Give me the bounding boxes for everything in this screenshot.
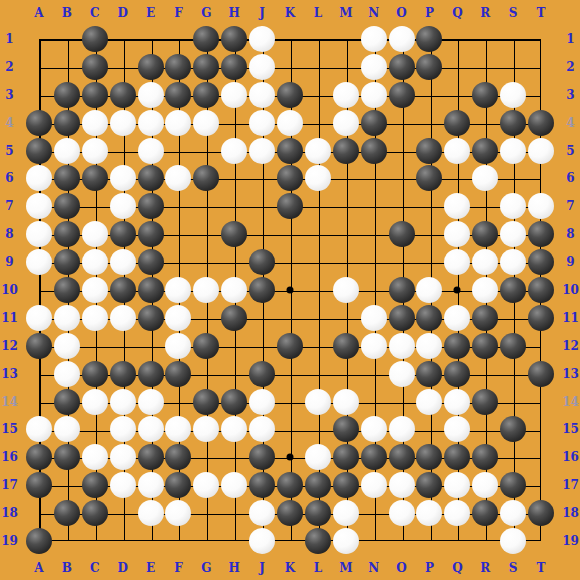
go-stone-black-A16[interactable]	[26, 444, 52, 470]
go-stone-black-O2[interactable]	[389, 54, 415, 80]
go-stone-black-E10[interactable]	[138, 277, 164, 303]
coordinate-label-G-top: G	[201, 7, 211, 19]
coordinate-label-A-bottom: A	[34, 562, 43, 574]
go-stone-white-C9[interactable]	[82, 249, 108, 275]
coordinate-label-E-bottom: E	[146, 562, 155, 574]
go-stone-white-N17[interactable]	[361, 472, 387, 498]
go-stone-white-E15[interactable]	[138, 416, 164, 442]
coordinate-label-L-top: L	[314, 7, 322, 19]
go-stone-black-B7[interactable]	[54, 193, 80, 219]
go-stone-white-J3[interactable]	[249, 82, 275, 108]
go-stone-black-P13[interactable]	[416, 361, 442, 387]
go-stone-white-M19[interactable]	[333, 528, 359, 554]
coordinate-label-3-right: 3	[566, 89, 574, 101]
go-stone-white-O12[interactable]	[389, 333, 415, 359]
go-stone-white-R17[interactable]	[472, 472, 498, 498]
go-stone-white-R6[interactable]	[472, 165, 498, 191]
coordinate-label-J-top: J	[259, 7, 265, 19]
go-stone-black-J17[interactable]	[249, 472, 275, 498]
go-stone-black-T11[interactable]	[528, 305, 554, 331]
go-stone-black-A12[interactable]	[26, 333, 52, 359]
go-stone-black-J13[interactable]	[249, 361, 275, 387]
go-stone-black-G2[interactable]	[193, 54, 219, 80]
coordinate-label-S-top: S	[509, 7, 518, 19]
coordinate-label-14-left: 14	[1, 396, 18, 408]
go-stone-white-J15[interactable]	[249, 416, 275, 442]
go-stone-black-F17[interactable]	[165, 472, 191, 498]
go-stone-black-E2[interactable]	[138, 54, 164, 80]
coordinate-label-14-right: 14	[562, 396, 579, 408]
coordinate-label-9-left: 9	[5, 256, 13, 268]
go-stone-black-G12[interactable]	[193, 333, 219, 359]
go-stone-white-J19[interactable]	[249, 528, 275, 554]
hoshi-star-point	[286, 286, 293, 293]
go-stone-black-P11[interactable]	[416, 305, 442, 331]
go-stone-black-O10[interactable]	[389, 277, 415, 303]
go-stone-black-M16[interactable]	[333, 444, 359, 470]
go-stone-black-T4[interactable]	[528, 110, 554, 136]
go-stone-black-E16[interactable]	[138, 444, 164, 470]
go-stone-white-F11[interactable]	[165, 305, 191, 331]
go-stone-black-R5[interactable]	[472, 138, 498, 164]
go-stone-black-J16[interactable]	[249, 444, 275, 470]
go-stone-white-P18[interactable]	[416, 500, 442, 526]
go-stone-black-R16[interactable]	[472, 444, 498, 470]
go-stone-white-S9[interactable]	[500, 249, 526, 275]
coordinate-label-19-left: 19	[1, 535, 18, 547]
go-stone-black-P17[interactable]	[416, 472, 442, 498]
go-stone-white-B11[interactable]	[54, 305, 80, 331]
go-stone-black-Q4[interactable]	[444, 110, 470, 136]
go-stone-black-L18[interactable]	[305, 500, 331, 526]
go-stone-black-F3[interactable]	[165, 82, 191, 108]
go-stone-black-E11[interactable]	[138, 305, 164, 331]
go-stone-white-C14[interactable]	[82, 389, 108, 415]
go-stone-black-S12[interactable]	[500, 333, 526, 359]
go-stone-white-J14[interactable]	[249, 389, 275, 415]
coordinate-label-E-top: E	[146, 7, 155, 19]
go-stone-black-B4[interactable]	[54, 110, 80, 136]
go-stone-white-D7[interactable]	[110, 193, 136, 219]
go-stone-white-D15[interactable]	[110, 416, 136, 442]
coordinate-label-4-right: 4	[566, 117, 574, 129]
coordinate-label-M-top: M	[339, 7, 352, 19]
coordinate-label-B-top: B	[62, 7, 72, 19]
go-stone-white-F15[interactable]	[165, 416, 191, 442]
go-stone-white-M4[interactable]	[333, 110, 359, 136]
coordinate-label-12-left: 12	[1, 340, 18, 352]
go-stone-white-S18[interactable]	[500, 500, 526, 526]
coordinate-label-3-left: 3	[5, 89, 13, 101]
go-stone-black-T18[interactable]	[528, 500, 554, 526]
go-stone-black-K5[interactable]	[277, 138, 303, 164]
go-stone-white-J4[interactable]	[249, 110, 275, 136]
coordinate-label-P-bottom: P	[425, 562, 434, 574]
coordinate-label-12-right: 12	[562, 340, 579, 352]
go-stone-black-O8[interactable]	[389, 221, 415, 247]
coordinate-label-S-bottom: S	[509, 562, 518, 574]
coordinate-label-R-bottom: R	[480, 562, 490, 574]
go-stone-white-A15[interactable]	[26, 416, 52, 442]
go-stone-white-R10[interactable]	[472, 277, 498, 303]
go-stone-black-L17[interactable]	[305, 472, 331, 498]
coordinate-label-11-right: 11	[562, 312, 579, 324]
go-stone-white-D9[interactable]	[110, 249, 136, 275]
coordinate-label-18-right: 18	[562, 507, 579, 519]
go-stone-black-P16[interactable]	[416, 444, 442, 470]
coordinate-label-18-left: 18	[1, 507, 18, 519]
go-stone-black-R18[interactable]	[472, 500, 498, 526]
go-stone-white-S3[interactable]	[500, 82, 526, 108]
coordinate-label-17-left: 17	[1, 479, 18, 491]
go-stone-white-A7[interactable]	[26, 193, 52, 219]
go-stone-white-J2[interactable]	[249, 54, 275, 80]
go-stone-white-C11[interactable]	[82, 305, 108, 331]
go-stone-black-H2[interactable]	[221, 54, 247, 80]
go-stone-black-L19[interactable]	[305, 528, 331, 554]
go-stone-black-M17[interactable]	[333, 472, 359, 498]
go-stone-white-O1[interactable]	[389, 26, 415, 52]
go-stone-white-N3[interactable]	[361, 82, 387, 108]
go-stone-black-O16[interactable]	[389, 444, 415, 470]
go-stone-black-R11[interactable]	[472, 305, 498, 331]
go-stone-black-S17[interactable]	[500, 472, 526, 498]
go-stone-white-F4[interactable]	[165, 110, 191, 136]
go-stone-white-E3[interactable]	[138, 82, 164, 108]
go-stone-white-S7[interactable]	[500, 193, 526, 219]
coordinate-label-7-right: 7	[566, 200, 574, 212]
go-stone-black-A19[interactable]	[26, 528, 52, 554]
coordinate-label-17-right: 17	[562, 479, 579, 491]
coordinate-label-A-top: A	[34, 7, 43, 19]
go-stone-white-S19[interactable]	[500, 528, 526, 554]
go-stone-black-C17[interactable]	[82, 472, 108, 498]
go-stone-white-Q7[interactable]	[444, 193, 470, 219]
go-stone-black-H8[interactable]	[221, 221, 247, 247]
coordinate-label-J-bottom: J	[259, 562, 265, 574]
go-stone-black-A4[interactable]	[26, 110, 52, 136]
coordinate-label-D-top: D	[117, 7, 127, 19]
coordinate-label-D-bottom: D	[117, 562, 127, 574]
go-stone-black-K12[interactable]	[277, 333, 303, 359]
go-stone-black-M5[interactable]	[333, 138, 359, 164]
go-stone-black-A17[interactable]	[26, 472, 52, 498]
go-stone-white-O13[interactable]	[389, 361, 415, 387]
coordinate-label-13-left: 13	[1, 368, 18, 380]
go-stone-black-D8[interactable]	[110, 221, 136, 247]
go-stone-black-B8[interactable]	[54, 221, 80, 247]
coordinate-label-16-left: 16	[1, 451, 18, 463]
go-stone-white-S8[interactable]	[500, 221, 526, 247]
coordinate-label-T-top: T	[537, 7, 546, 19]
go-stone-black-E13[interactable]	[138, 361, 164, 387]
go-stone-black-C13[interactable]	[82, 361, 108, 387]
go-stone-black-T9[interactable]	[528, 249, 554, 275]
go-stone-white-O18[interactable]	[389, 500, 415, 526]
go-stone-black-C1[interactable]	[82, 26, 108, 52]
coordinate-label-P-top: P	[425, 7, 434, 19]
go-stone-white-H3[interactable]	[221, 82, 247, 108]
go-stone-black-P6[interactable]	[416, 165, 442, 191]
go-stone-black-H11[interactable]	[221, 305, 247, 331]
go-stone-white-B15[interactable]	[54, 416, 80, 442]
coordinate-label-8-left: 8	[5, 228, 13, 240]
go-stone-white-C4[interactable]	[82, 110, 108, 136]
go-stone-white-K4[interactable]	[277, 110, 303, 136]
coordinate-label-H-bottom: H	[229, 562, 240, 574]
go-stone-black-D3[interactable]	[110, 82, 136, 108]
go-stone-black-B9[interactable]	[54, 249, 80, 275]
coordinate-label-7-left: 7	[5, 200, 13, 212]
go-stone-black-A5[interactable]	[26, 138, 52, 164]
go-stone-black-P5[interactable]	[416, 138, 442, 164]
go-stone-white-Q18[interactable]	[444, 500, 470, 526]
coordinate-label-N-top: N	[368, 7, 379, 19]
coordinate-label-16-right: 16	[562, 451, 579, 463]
go-stone-white-Q11[interactable]	[444, 305, 470, 331]
go-stone-white-Q14[interactable]	[444, 389, 470, 415]
go-stone-white-E14[interactable]	[138, 389, 164, 415]
go-stone-black-B16[interactable]	[54, 444, 80, 470]
go-stone-black-O3[interactable]	[389, 82, 415, 108]
go-stone-white-O17[interactable]	[389, 472, 415, 498]
go-stone-white-S5[interactable]	[500, 138, 526, 164]
go-stone-white-Q8[interactable]	[444, 221, 470, 247]
go-stone-white-D17[interactable]	[110, 472, 136, 498]
go-stone-black-J10[interactable]	[249, 277, 275, 303]
go-stone-black-S4[interactable]	[500, 110, 526, 136]
go-stone-white-Q5[interactable]	[444, 138, 470, 164]
go-stone-black-B3[interactable]	[54, 82, 80, 108]
coordinate-label-5-right: 5	[566, 145, 574, 157]
go-stone-black-F16[interactable]	[165, 444, 191, 470]
go-stone-black-S10[interactable]	[500, 277, 526, 303]
go-stone-white-H17[interactable]	[221, 472, 247, 498]
coordinate-label-N-bottom: N	[368, 562, 379, 574]
go-stone-white-D6[interactable]	[110, 165, 136, 191]
coordinate-label-11-left: 11	[1, 312, 18, 324]
go-stone-black-D13[interactable]	[110, 361, 136, 387]
go-stone-black-B18[interactable]	[54, 500, 80, 526]
go-stone-white-J5[interactable]	[249, 138, 275, 164]
coordinate-label-5-left: 5	[5, 145, 13, 157]
go-stone-black-O11[interactable]	[389, 305, 415, 331]
go-stone-white-P14[interactable]	[416, 389, 442, 415]
go-stone-white-O15[interactable]	[389, 416, 415, 442]
go-stone-white-C10[interactable]	[82, 277, 108, 303]
coordinate-label-4-left: 4	[5, 117, 13, 129]
go-stone-black-G1[interactable]	[193, 26, 219, 52]
go-board[interactable]: AABBCCDDEEFFGGHHJJKKLLMMNNOOPPQQRRSSTT11…	[0, 0, 580, 580]
go-stone-white-P12[interactable]	[416, 333, 442, 359]
coordinate-label-Q-top: Q	[452, 7, 462, 19]
go-stone-black-C2[interactable]	[82, 54, 108, 80]
go-stone-black-K17[interactable]	[277, 472, 303, 498]
go-stone-white-D4[interactable]	[110, 110, 136, 136]
go-stone-black-P2[interactable]	[416, 54, 442, 80]
go-stone-black-P1[interactable]	[416, 26, 442, 52]
go-stone-black-H1[interactable]	[221, 26, 247, 52]
coordinate-label-L-bottom: L	[314, 562, 322, 574]
go-stone-black-E9[interactable]	[138, 249, 164, 275]
go-stone-white-B13[interactable]	[54, 361, 80, 387]
go-stone-white-A8[interactable]	[26, 221, 52, 247]
go-stone-black-N5[interactable]	[361, 138, 387, 164]
go-stone-white-G4[interactable]	[193, 110, 219, 136]
go-stone-white-E17[interactable]	[138, 472, 164, 498]
go-stone-white-G17[interactable]	[193, 472, 219, 498]
go-stone-white-F18[interactable]	[165, 500, 191, 526]
go-stone-black-B10[interactable]	[54, 277, 80, 303]
go-stone-white-C16[interactable]	[82, 444, 108, 470]
coordinate-label-19-right: 19	[562, 535, 579, 547]
go-stone-white-D14[interactable]	[110, 389, 136, 415]
coordinate-label-F-bottom: F	[174, 562, 183, 574]
go-stone-white-J18[interactable]	[249, 500, 275, 526]
coordinate-label-T-bottom: T	[537, 562, 546, 574]
go-stone-white-G15[interactable]	[193, 416, 219, 442]
coordinate-label-8-right: 8	[566, 228, 574, 240]
go-stone-black-G6[interactable]	[193, 165, 219, 191]
go-stone-white-M14[interactable]	[333, 389, 359, 415]
go-stone-white-C8[interactable]	[82, 221, 108, 247]
coordinate-label-K-bottom: K	[285, 562, 295, 574]
coordinate-label-10-right: 10	[562, 284, 579, 296]
go-stone-white-H5[interactable]	[221, 138, 247, 164]
coordinate-label-10-left: 10	[1, 284, 18, 296]
go-stone-black-H14[interactable]	[221, 389, 247, 415]
go-stone-black-T13[interactable]	[528, 361, 554, 387]
go-stone-black-R8[interactable]	[472, 221, 498, 247]
go-stone-white-T5[interactable]	[528, 138, 554, 164]
go-stone-black-D10[interactable]	[110, 277, 136, 303]
coordinate-label-15-left: 15	[1, 423, 18, 435]
go-stone-black-N4[interactable]	[361, 110, 387, 136]
coordinate-label-M-bottom: M	[339, 562, 352, 574]
go-stone-black-R3[interactable]	[472, 82, 498, 108]
coordinate-label-F-top: F	[174, 7, 183, 19]
go-stone-black-M12[interactable]	[333, 333, 359, 359]
go-stone-white-R9[interactable]	[472, 249, 498, 275]
go-stone-white-C5[interactable]	[82, 138, 108, 164]
coordinate-label-B-bottom: B	[62, 562, 72, 574]
go-stone-black-K6[interactable]	[277, 165, 303, 191]
go-stone-black-E7[interactable]	[138, 193, 164, 219]
go-stone-white-A9[interactable]	[26, 249, 52, 275]
go-stone-white-N12[interactable]	[361, 333, 387, 359]
go-stone-black-Q13[interactable]	[444, 361, 470, 387]
go-stone-white-D16[interactable]	[110, 444, 136, 470]
go-stone-white-L16[interactable]	[305, 444, 331, 470]
go-stone-black-Q12[interactable]	[444, 333, 470, 359]
go-stone-white-A11[interactable]	[26, 305, 52, 331]
coordinate-label-1-left: 1	[5, 33, 13, 45]
go-stone-black-R12[interactable]	[472, 333, 498, 359]
go-stone-white-Q15[interactable]	[444, 416, 470, 442]
coordinate-label-K-top: K	[285, 7, 295, 19]
go-stone-black-K7[interactable]	[277, 193, 303, 219]
coordinate-label-O-top: O	[396, 7, 406, 19]
go-stone-white-E4[interactable]	[138, 110, 164, 136]
coordinate-label-13-right: 13	[562, 368, 579, 380]
go-stone-white-B5[interactable]	[54, 138, 80, 164]
go-stone-white-N11[interactable]	[361, 305, 387, 331]
go-stone-black-G3[interactable]	[193, 82, 219, 108]
go-stone-white-N2[interactable]	[361, 54, 387, 80]
go-stone-black-K3[interactable]	[277, 82, 303, 108]
go-stone-white-J1[interactable]	[249, 26, 275, 52]
go-stone-white-F12[interactable]	[165, 333, 191, 359]
go-stone-black-Q16[interactable]	[444, 444, 470, 470]
go-stone-white-H10[interactable]	[221, 277, 247, 303]
go-stone-white-B12[interactable]	[54, 333, 80, 359]
go-stone-black-E8[interactable]	[138, 221, 164, 247]
coordinate-label-R-top: R	[480, 7, 490, 19]
go-stone-white-P10[interactable]	[416, 277, 442, 303]
go-stone-white-G10[interactable]	[193, 277, 219, 303]
go-stone-white-M18[interactable]	[333, 500, 359, 526]
coordinate-label-2-right: 2	[566, 61, 574, 73]
go-stone-black-K18[interactable]	[277, 500, 303, 526]
go-stone-white-Q17[interactable]	[444, 472, 470, 498]
go-stone-white-M3[interactable]	[333, 82, 359, 108]
go-stone-white-D11[interactable]	[110, 305, 136, 331]
go-stone-black-B6[interactable]	[54, 165, 80, 191]
hoshi-star-point	[286, 454, 293, 461]
go-stone-black-C6[interactable]	[82, 165, 108, 191]
go-stone-black-G14[interactable]	[193, 389, 219, 415]
go-stone-black-E6[interactable]	[138, 165, 164, 191]
go-stone-black-S15[interactable]	[500, 416, 526, 442]
go-stone-white-N15[interactable]	[361, 416, 387, 442]
coordinate-label-H-top: H	[229, 7, 240, 19]
coordinate-label-1-right: 1	[566, 33, 574, 45]
coordinate-label-9-right: 9	[566, 256, 574, 268]
go-stone-white-E5[interactable]	[138, 138, 164, 164]
go-stone-black-M15[interactable]	[333, 416, 359, 442]
go-stone-black-F13[interactable]	[165, 361, 191, 387]
go-stone-white-A6[interactable]	[26, 165, 52, 191]
go-stone-black-C18[interactable]	[82, 500, 108, 526]
go-stone-white-F10[interactable]	[165, 277, 191, 303]
go-stone-white-L14[interactable]	[305, 389, 331, 415]
go-stone-white-H15[interactable]	[221, 416, 247, 442]
go-stone-black-R14[interactable]	[472, 389, 498, 415]
hoshi-star-point	[454, 286, 461, 293]
go-stone-white-E18[interactable]	[138, 500, 164, 526]
go-stone-black-N16[interactable]	[361, 444, 387, 470]
coordinate-label-6-right: 6	[566, 172, 574, 184]
go-stone-white-N1[interactable]	[361, 26, 387, 52]
coordinate-label-6-left: 6	[5, 172, 13, 184]
coordinate-label-Q-bottom: Q	[452, 562, 462, 574]
go-stone-white-L5[interactable]	[305, 138, 331, 164]
go-stone-white-M10[interactable]	[333, 277, 359, 303]
coordinate-label-G-bottom: G	[201, 562, 211, 574]
go-stone-white-Q9[interactable]	[444, 249, 470, 275]
go-stone-black-T8[interactable]	[528, 221, 554, 247]
go-stone-black-J9[interactable]	[249, 249, 275, 275]
coordinate-label-C-bottom: C	[90, 562, 100, 574]
go-stone-black-B14[interactable]	[54, 389, 80, 415]
go-stone-black-F2[interactable]	[165, 54, 191, 80]
go-stone-white-F6[interactable]	[165, 165, 191, 191]
go-stone-white-T7[interactable]	[528, 193, 554, 219]
go-stone-white-L6[interactable]	[305, 165, 331, 191]
go-stone-black-C3[interactable]	[82, 82, 108, 108]
coordinate-label-15-right: 15	[562, 423, 579, 435]
go-stone-black-T10[interactable]	[528, 277, 554, 303]
